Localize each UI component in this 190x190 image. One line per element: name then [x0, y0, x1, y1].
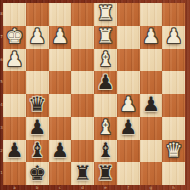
square-b6[interactable] [26, 49, 49, 72]
square-c1[interactable] [49, 162, 72, 185]
square-a3[interactable] [3, 117, 26, 140]
square-a4[interactable] [3, 94, 26, 117]
square-h7[interactable]: ♟ [162, 26, 185, 49]
square-a7[interactable]: ♚ [3, 26, 26, 49]
black-pawn[interactable]: ♟ [5, 139, 23, 161]
square-f1[interactable] [117, 162, 140, 185]
square-d6[interactable] [71, 49, 94, 72]
file-label-c: c [49, 185, 72, 190]
square-e1[interactable]: ♜ [94, 162, 117, 185]
square-c7[interactable]: ♟ [49, 26, 72, 49]
square-a5[interactable] [3, 71, 26, 94]
white-pawn[interactable]: ♟ [165, 25, 183, 47]
square-a1[interactable] [3, 162, 26, 185]
file-label-d: d [71, 185, 94, 190]
square-f4[interactable]: ♟ [117, 94, 140, 117]
square-c6[interactable] [49, 49, 72, 72]
chess-board: ♜♚♟♟♜♟♟♟♝♟♛♟♟♟♝♟♟♝♟♝♛♚♜♜ [3, 3, 185, 185]
square-a8[interactable] [3, 3, 26, 26]
square-e8[interactable]: ♜ [94, 3, 117, 26]
square-f3[interactable]: ♟ [117, 117, 140, 140]
black-bishop[interactable]: ♝ [28, 139, 46, 161]
black-king[interactable]: ♚ [28, 162, 46, 184]
square-b7[interactable]: ♟ [26, 26, 49, 49]
square-h8[interactable] [162, 3, 185, 26]
square-d3[interactable] [71, 117, 94, 140]
square-h6[interactable] [162, 49, 185, 72]
file-label-h: h [162, 185, 185, 190]
square-d8[interactable] [71, 3, 94, 26]
square-b1[interactable]: ♚ [26, 162, 49, 185]
black-pawn[interactable]: ♟ [51, 139, 69, 161]
black-queen[interactable]: ♛ [28, 93, 46, 115]
black-rook[interactable]: ♜ [96, 162, 114, 184]
square-b8[interactable] [26, 3, 49, 26]
square-a6[interactable]: ♟ [3, 49, 26, 72]
square-a2[interactable]: ♟ [3, 140, 26, 163]
white-pawn[interactable]: ♟ [142, 25, 160, 47]
black-pawn[interactable]: ♟ [119, 116, 137, 138]
square-e3[interactable]: ♝ [94, 117, 117, 140]
square-e5[interactable]: ♟ [94, 71, 117, 94]
white-pawn[interactable]: ♟ [119, 93, 137, 115]
square-f5[interactable] [117, 71, 140, 94]
white-pawn[interactable]: ♟ [28, 25, 46, 47]
square-d4[interactable] [71, 94, 94, 117]
white-pawn[interactable]: ♟ [51, 25, 69, 47]
white-bishop[interactable]: ♝ [96, 48, 114, 70]
white-bishop[interactable]: ♝ [96, 116, 114, 138]
square-g8[interactable] [140, 3, 163, 26]
square-d7[interactable] [71, 26, 94, 49]
square-g1[interactable] [140, 162, 163, 185]
square-c5[interactable] [49, 71, 72, 94]
square-c2[interactable]: ♟ [49, 140, 72, 163]
square-g2[interactable] [140, 140, 163, 163]
file-label-a: a [3, 185, 26, 190]
white-rook[interactable]: ♜ [96, 25, 114, 47]
square-c4[interactable] [49, 94, 72, 117]
file-label-g: g [140, 185, 163, 190]
white-queen[interactable]: ♛ [165, 139, 183, 161]
square-b2[interactable]: ♝ [26, 140, 49, 163]
square-g4[interactable]: ♟ [140, 94, 163, 117]
white-king[interactable]: ♚ [5, 25, 23, 47]
black-pawn[interactable]: ♟ [28, 116, 46, 138]
square-b4[interactable]: ♛ [26, 94, 49, 117]
board-frame: ♜♚♟♟♜♟♟♟♝♟♛♟♟♟♝♟♟♝♟♝♛♚♜♜ 87654321abcdefg… [0, 0, 190, 190]
file-label-b: b [26, 185, 49, 190]
square-d1[interactable]: ♜ [71, 162, 94, 185]
square-g6[interactable] [140, 49, 163, 72]
white-pawn[interactable]: ♟ [5, 48, 23, 70]
square-f7[interactable] [117, 26, 140, 49]
black-pawn[interactable]: ♟ [142, 93, 160, 115]
square-f8[interactable] [117, 3, 140, 26]
file-label-f: f [117, 185, 140, 190]
black-bishop[interactable]: ♝ [96, 139, 114, 161]
square-d5[interactable] [71, 71, 94, 94]
square-e4[interactable] [94, 94, 117, 117]
square-h1[interactable] [162, 162, 185, 185]
square-d2[interactable] [71, 140, 94, 163]
square-h2[interactable]: ♛ [162, 140, 185, 163]
square-c8[interactable] [49, 3, 72, 26]
square-h4[interactable] [162, 94, 185, 117]
square-g7[interactable]: ♟ [140, 26, 163, 49]
square-b5[interactable] [26, 71, 49, 94]
square-f2[interactable] [117, 140, 140, 163]
black-pawn[interactable]: ♟ [96, 71, 114, 93]
square-e7[interactable]: ♜ [94, 26, 117, 49]
square-e6[interactable]: ♝ [94, 49, 117, 72]
square-f6[interactable] [117, 49, 140, 72]
file-label-e: e [94, 185, 117, 190]
black-rook[interactable]: ♜ [74, 162, 92, 184]
square-g5[interactable] [140, 71, 163, 94]
square-e2[interactable]: ♝ [94, 140, 117, 163]
square-h5[interactable] [162, 71, 185, 94]
white-rook[interactable]: ♜ [96, 2, 114, 24]
square-h3[interactable] [162, 117, 185, 140]
square-b3[interactable]: ♟ [26, 117, 49, 140]
square-c3[interactable] [49, 117, 72, 140]
square-g3[interactable] [140, 117, 163, 140]
